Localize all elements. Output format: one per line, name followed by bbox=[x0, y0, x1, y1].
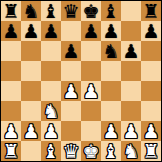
square-h6[interactable] bbox=[141, 41, 161, 61]
square-b5[interactable] bbox=[21, 61, 41, 81]
square-f2[interactable]: ♟ bbox=[101, 121, 121, 141]
square-d6[interactable]: ♟ bbox=[61, 41, 81, 61]
square-h8[interactable]: ♜ bbox=[141, 1, 161, 21]
piece-black-pawn: ♟ bbox=[2, 21, 19, 41]
square-b7[interactable]: ♟ bbox=[21, 21, 41, 41]
piece-white-pawn: ♟ bbox=[122, 121, 139, 141]
square-d8[interactable]: ♛ bbox=[61, 1, 81, 21]
square-c7[interactable]: ♟ bbox=[41, 21, 61, 41]
square-a6[interactable] bbox=[1, 41, 21, 61]
piece-black-pawn: ♟ bbox=[102, 21, 119, 41]
piece-black-bishop: ♝ bbox=[102, 1, 119, 21]
square-a7[interactable]: ♟ bbox=[1, 21, 21, 41]
square-a8[interactable]: ♜ bbox=[1, 1, 21, 21]
piece-white-bishop: ♝ bbox=[42, 141, 59, 161]
square-c8[interactable]: ♝ bbox=[41, 1, 61, 21]
square-g3[interactable] bbox=[121, 101, 141, 121]
square-a2[interactable]: ♟ bbox=[1, 121, 21, 141]
square-c4[interactable] bbox=[41, 81, 61, 101]
piece-white-pawn: ♟ bbox=[142, 121, 159, 141]
square-h2[interactable]: ♟ bbox=[141, 121, 161, 141]
square-e5[interactable] bbox=[81, 61, 101, 81]
square-d5[interactable] bbox=[61, 61, 81, 81]
square-g2[interactable]: ♟ bbox=[121, 121, 141, 141]
square-e2[interactable] bbox=[81, 121, 101, 141]
square-e7[interactable]: ♟ bbox=[81, 21, 101, 41]
square-a4[interactable] bbox=[1, 81, 21, 101]
square-f4[interactable] bbox=[101, 81, 121, 101]
square-g7[interactable] bbox=[121, 21, 141, 41]
piece-black-knight: ♞ bbox=[22, 1, 39, 21]
square-b1[interactable] bbox=[21, 141, 41, 161]
square-h7[interactable]: ♟ bbox=[141, 21, 161, 41]
square-c1[interactable]: ♝ bbox=[41, 141, 61, 161]
piece-white-rook: ♜ bbox=[2, 141, 19, 161]
piece-black-pawn: ♟ bbox=[122, 41, 139, 61]
piece-white-pawn: ♟ bbox=[82, 81, 99, 101]
square-a3[interactable] bbox=[1, 101, 21, 121]
square-d4[interactable]: ♟ bbox=[61, 81, 81, 101]
square-e1[interactable]: ♚ bbox=[81, 141, 101, 161]
square-c5[interactable] bbox=[41, 61, 61, 81]
square-b2[interactable]: ♟ bbox=[21, 121, 41, 141]
square-h3[interactable] bbox=[141, 101, 161, 121]
square-f3[interactable] bbox=[101, 101, 121, 121]
piece-white-pawn: ♟ bbox=[22, 121, 39, 141]
square-f7[interactable]: ♟ bbox=[101, 21, 121, 41]
square-f5[interactable] bbox=[101, 61, 121, 81]
square-f6[interactable]: ♞ bbox=[101, 41, 121, 61]
square-g8[interactable] bbox=[121, 1, 141, 21]
piece-white-pawn: ♟ bbox=[62, 81, 79, 101]
square-e6[interactable] bbox=[81, 41, 101, 61]
piece-black-knight: ♞ bbox=[102, 41, 119, 61]
piece-black-pawn: ♟ bbox=[42, 21, 59, 41]
piece-white-pawn: ♟ bbox=[2, 121, 19, 141]
piece-black-bishop: ♝ bbox=[42, 1, 59, 21]
piece-white-king: ♚ bbox=[82, 141, 99, 161]
piece-black-king: ♚ bbox=[82, 1, 99, 21]
square-d7[interactable] bbox=[61, 21, 81, 41]
piece-white-queen: ♛ bbox=[62, 141, 79, 161]
square-g1[interactable]: ♞ bbox=[121, 141, 141, 161]
square-e3[interactable] bbox=[81, 101, 101, 121]
square-c3[interactable]: ♞ bbox=[41, 101, 61, 121]
square-d2[interactable] bbox=[61, 121, 81, 141]
square-g5[interactable] bbox=[121, 61, 141, 81]
piece-white-knight: ♞ bbox=[42, 101, 59, 121]
piece-white-pawn: ♟ bbox=[102, 121, 119, 141]
square-f1[interactable]: ♝ bbox=[101, 141, 121, 161]
square-h5[interactable] bbox=[141, 61, 161, 81]
chess-board-frame: ♜♞♝♛♚♝♜♟♟♟♟♟♟♟♞♟♟♟♞♟♟♟♟♟♟♜♝♛♚♝♞♜ bbox=[0, 0, 162, 162]
square-e8[interactable]: ♚ bbox=[81, 1, 101, 21]
square-a5[interactable] bbox=[1, 61, 21, 81]
square-a1[interactable]: ♜ bbox=[1, 141, 21, 161]
piece-black-pawn: ♟ bbox=[82, 21, 99, 41]
square-f8[interactable]: ♝ bbox=[101, 1, 121, 21]
square-c2[interactable]: ♟ bbox=[41, 121, 61, 141]
square-h4[interactable] bbox=[141, 81, 161, 101]
chess-board: ♜♞♝♛♚♝♜♟♟♟♟♟♟♟♞♟♟♟♞♟♟♟♟♟♟♜♝♛♚♝♞♜ bbox=[1, 1, 161, 161]
square-c6[interactable] bbox=[41, 41, 61, 61]
piece-white-knight: ♞ bbox=[122, 141, 139, 161]
square-b3[interactable] bbox=[21, 101, 41, 121]
piece-black-rook: ♜ bbox=[142, 1, 159, 21]
piece-black-pawn: ♟ bbox=[142, 21, 159, 41]
square-b8[interactable]: ♞ bbox=[21, 1, 41, 21]
piece-black-queen: ♛ bbox=[62, 1, 79, 21]
piece-white-rook: ♜ bbox=[142, 141, 159, 161]
piece-black-rook: ♜ bbox=[2, 1, 19, 21]
square-d1[interactable]: ♛ bbox=[61, 141, 81, 161]
square-b6[interactable] bbox=[21, 41, 41, 61]
square-d3[interactable] bbox=[61, 101, 81, 121]
square-e4[interactable]: ♟ bbox=[81, 81, 101, 101]
square-g4[interactable] bbox=[121, 81, 141, 101]
piece-white-bishop: ♝ bbox=[102, 141, 119, 161]
square-g6[interactable]: ♟ bbox=[121, 41, 141, 61]
piece-black-pawn: ♟ bbox=[22, 21, 39, 41]
piece-white-pawn: ♟ bbox=[42, 121, 59, 141]
square-b4[interactable] bbox=[21, 81, 41, 101]
piece-black-pawn: ♟ bbox=[62, 41, 79, 61]
square-h1[interactable]: ♜ bbox=[141, 141, 161, 161]
